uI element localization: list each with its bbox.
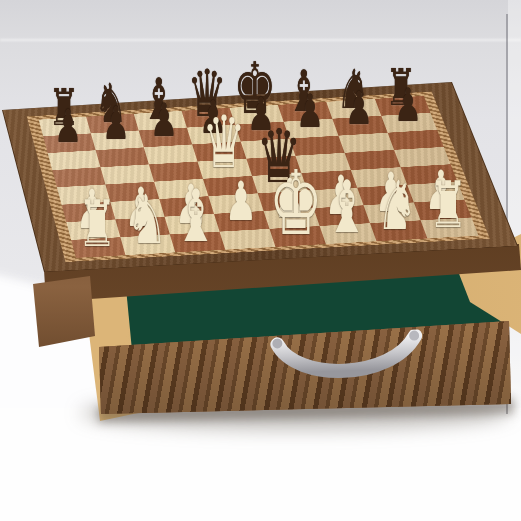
white-pawn-d2[interactable]: ♟	[224, 175, 257, 229]
white-queen-d5[interactable]: ♛	[202, 106, 246, 178]
white-knight-g1[interactable]: ♞	[377, 172, 418, 240]
black-pawn-b7[interactable]: ♟	[102, 101, 130, 147]
black-pawn-g7[interactable]: ♟	[345, 86, 373, 132]
drawer-handle-icon[interactable]	[265, 329, 427, 393]
backdrop-right-strip	[508, 0, 521, 415]
black-pawn-h7[interactable]: ♟	[394, 83, 422, 129]
white-king-e1[interactable]: ♚	[269, 160, 323, 249]
chess-set-photo: ♜♞♝♛♚♝♞♜♟♟♟♟♟♟♟♟♛♛♟♟♟♟♟♟♟♟♜♞♝♚♝♞♜	[0, 0, 521, 521]
white-bishop-c1[interactable]: ♝	[174, 180, 218, 252]
wall-crease	[0, 39, 521, 41]
white-rook-h1[interactable]: ♜	[429, 173, 468, 237]
white-rook-a1[interactable]: ♜	[78, 192, 117, 256]
white-bishop-f1[interactable]: ♝	[325, 171, 369, 243]
white-knight-b1[interactable]: ♞	[126, 186, 167, 254]
black-pawn-a7[interactable]: ♟	[54, 103, 82, 149]
black-pawn-c7[interactable]: ♟	[150, 98, 178, 144]
